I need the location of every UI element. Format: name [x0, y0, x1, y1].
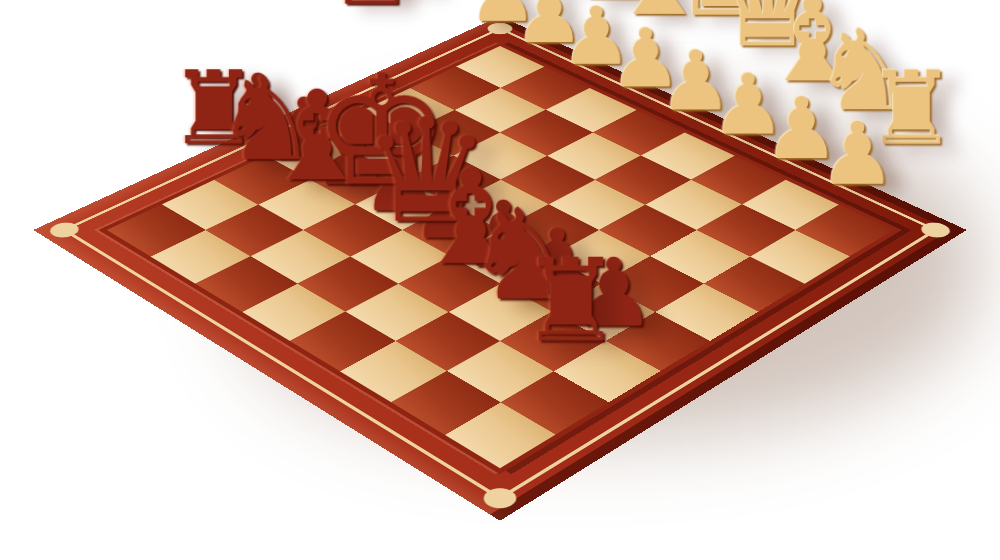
extra-boxwood-queen-on-frame: ♛: [351, 0, 462, 7]
extra-padauk-queen-on-frame: ♛: [316, 0, 428, 23]
piece-boxwood-rook-h1: ♜: [515, 0, 597, 1]
square-f6: [303, 204, 401, 256]
piece-boxwood-bishop-f1: ♝: [610, 0, 709, 31]
product-photo: ♜♟♟♜♞♟♟♞♝♟♟♝♚♟♟♚♛♟♟♛♝♟♟♝♞♟♟♞♜♟♟♜ ♛♛: [0, 0, 1000, 560]
board-frame: ♜♟♟♜♞♟♟♞♝♟♟♝♚♟♟♚♛♟♟♛♝♟♟♝♞♟♟♞♜♟♟♜ ♛♛: [33, 16, 966, 521]
chess-board: ♜♟♟♜♞♟♟♞♝♟♟♝♚♟♟♚♛♟♟♛♝♟♟♝♞♟♟♞♜♟♟♜ ♛♛: [33, 16, 966, 521]
piece-boxwood-knight-g1: ♞: [562, 0, 655, 14]
perspective-scene: ♜♟♟♜♞♟♟♞♝♟♟♝♚♟♟♚♛♟♟♛♝♟♟♝♞♟♟♞♜♟♟♜ ♛♛: [0, 0, 1000, 560]
piece-boxwood-queen-d1: ♛: [711, 0, 826, 65]
square-g6: [258, 180, 355, 230]
piece-boxwood-bishop-c1: ♝: [761, 0, 865, 98]
piece-boxwood-knight-b1: ♞: [813, 14, 913, 126]
piece-boxwood-rook-a1: ♜: [866, 58, 957, 159]
piece-boxwood-king-e1: ♚: [662, 0, 784, 36]
